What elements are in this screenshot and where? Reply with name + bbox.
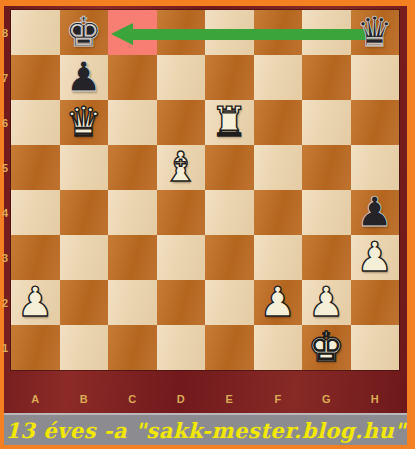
square-h5[interactable]	[351, 145, 400, 190]
piece-white-rook-e6[interactable]: ♜	[205, 100, 254, 145]
square-e1[interactable]	[205, 325, 254, 370]
piece-white-bishop-d5[interactable]: ♝	[157, 145, 206, 190]
caption-banner: 13 éves -a "sakk-mester.blog.hu"	[4, 413, 407, 445]
piece-black-queen-h8[interactable]: ♛	[351, 10, 400, 55]
piece-white-king-g1[interactable]: ♚	[302, 325, 351, 370]
square-c3[interactable]	[108, 235, 157, 280]
square-e4[interactable]	[205, 190, 254, 235]
square-f6[interactable]	[254, 100, 303, 145]
square-f1[interactable]	[254, 325, 303, 370]
chess-board: ♚♛♟♛♜♝♟♟♟♟♟♚	[11, 10, 399, 370]
square-f7[interactable]	[254, 55, 303, 100]
square-b2[interactable]	[60, 280, 109, 325]
square-a4[interactable]	[11, 190, 60, 235]
rank-label-6: 6	[0, 100, 10, 145]
piece-white-pawn-a2[interactable]: ♟	[11, 280, 60, 325]
rank-label-1: 1	[0, 325, 10, 370]
piece-black-king-b8[interactable]: ♚	[60, 10, 109, 55]
rank-label-7: 7	[0, 55, 10, 100]
square-g4[interactable]	[302, 190, 351, 235]
square-h3[interactable]: ♟	[351, 235, 400, 280]
file-label-G: G	[302, 391, 351, 406]
square-a5[interactable]	[11, 145, 60, 190]
rank-label-5: 5	[0, 145, 10, 190]
square-c2[interactable]	[108, 280, 157, 325]
file-label-E: E	[205, 391, 254, 406]
square-b8[interactable]: ♚	[60, 10, 109, 55]
square-g5[interactable]	[302, 145, 351, 190]
rank-label-3: 3	[0, 235, 10, 280]
square-b4[interactable]	[60, 190, 109, 235]
square-g7[interactable]	[302, 55, 351, 100]
square-h4[interactable]: ♟	[351, 190, 400, 235]
square-e5[interactable]	[205, 145, 254, 190]
move-arrow-shaft	[133, 29, 375, 40]
square-c6[interactable]	[108, 100, 157, 145]
square-g6[interactable]	[302, 100, 351, 145]
file-label-C: C	[108, 391, 157, 406]
square-g2[interactable]: ♟	[302, 280, 351, 325]
rank-label-8: 8	[0, 10, 10, 55]
square-e2[interactable]	[205, 280, 254, 325]
square-a1[interactable]	[11, 325, 60, 370]
file-label-H: H	[351, 391, 400, 406]
square-c5[interactable]	[108, 145, 157, 190]
square-b5[interactable]	[60, 145, 109, 190]
square-b1[interactable]	[60, 325, 109, 370]
file-label-A: A	[11, 391, 60, 406]
square-h1[interactable]	[351, 325, 400, 370]
square-d7[interactable]	[157, 55, 206, 100]
square-b3[interactable]	[60, 235, 109, 280]
square-d1[interactable]	[157, 325, 206, 370]
square-a8[interactable]	[11, 10, 60, 55]
piece-white-pawn-f2[interactable]: ♟	[254, 280, 303, 325]
square-a2[interactable]: ♟	[11, 280, 60, 325]
rank-label-2: 2	[0, 280, 10, 325]
square-c1[interactable]	[108, 325, 157, 370]
square-b7[interactable]: ♟	[60, 55, 109, 100]
square-c4[interactable]	[108, 190, 157, 235]
square-c7[interactable]	[108, 55, 157, 100]
piece-white-pawn-h3[interactable]: ♟	[351, 235, 400, 280]
square-g3[interactable]	[302, 235, 351, 280]
square-f3[interactable]	[254, 235, 303, 280]
rank-label-4: 4	[0, 190, 10, 235]
square-h2[interactable]	[351, 280, 400, 325]
square-e7[interactable]	[205, 55, 254, 100]
square-h6[interactable]	[351, 100, 400, 145]
square-b6[interactable]: ♛	[60, 100, 109, 145]
square-d4[interactable]	[157, 190, 206, 235]
piece-black-pawn-b7[interactable]: ♟	[60, 55, 109, 100]
file-label-F: F	[254, 391, 303, 406]
file-label-B: B	[60, 391, 109, 406]
piece-white-queen-b6[interactable]: ♛	[60, 100, 109, 145]
chess-diagram: ♚♛♟♛♜♝♟♟♟♟♟♚ 87654321 ABCDEFGH 13 éves -…	[0, 0, 415, 449]
square-d5[interactable]: ♝	[157, 145, 206, 190]
square-g1[interactable]: ♚	[302, 325, 351, 370]
square-a6[interactable]	[11, 100, 60, 145]
square-f2[interactable]: ♟	[254, 280, 303, 325]
move-arrow-head	[111, 23, 133, 45]
piece-black-pawn-h4[interactable]: ♟	[351, 190, 400, 235]
square-h7[interactable]	[351, 55, 400, 100]
piece-white-pawn-g2[interactable]: ♟	[302, 280, 351, 325]
square-f4[interactable]	[254, 190, 303, 235]
square-d3[interactable]	[157, 235, 206, 280]
square-e3[interactable]	[205, 235, 254, 280]
square-h8[interactable]: ♛	[351, 10, 400, 55]
square-a3[interactable]	[11, 235, 60, 280]
square-d6[interactable]	[157, 100, 206, 145]
square-d2[interactable]	[157, 280, 206, 325]
square-a7[interactable]	[11, 55, 60, 100]
square-e6[interactable]: ♜	[205, 100, 254, 145]
square-f5[interactable]	[254, 145, 303, 190]
caption-text: 13 éves -a "sakk-mester.blog.hu"	[5, 418, 406, 443]
file-label-D: D	[157, 391, 206, 406]
